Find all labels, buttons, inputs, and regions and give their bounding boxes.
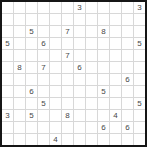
cell-r3c2[interactable] bbox=[26, 38, 37, 49]
cell-r2c6[interactable] bbox=[74, 26, 85, 37]
cell-r11c0[interactable] bbox=[2, 134, 13, 145]
cell-r5c7[interactable] bbox=[86, 62, 97, 73]
clue-number: 4 bbox=[113, 112, 117, 120]
cell-r3c4[interactable] bbox=[50, 38, 61, 49]
clue-number: 5 bbox=[29, 112, 33, 120]
puzzle-board: 335785657876665553584664 bbox=[0, 0, 147, 147]
cell-r7c0[interactable] bbox=[2, 86, 13, 97]
cell-r7c8: 5 bbox=[98, 86, 109, 97]
clue-number: 5 bbox=[137, 40, 141, 48]
cell-r10c10: 6 bbox=[122, 122, 133, 133]
cell-r8c0[interactable] bbox=[2, 98, 13, 109]
cell-r7c11[interactable] bbox=[134, 86, 145, 97]
cell-r0c10[interactable] bbox=[122, 2, 133, 13]
cell-r9c7[interactable] bbox=[86, 110, 97, 121]
clue-number: 7 bbox=[41, 64, 45, 72]
cell-r7c3[interactable] bbox=[38, 86, 49, 97]
cell-r0c6: 3 bbox=[74, 2, 85, 13]
cell-r7c6[interactable] bbox=[74, 86, 85, 97]
cell-r10c7[interactable] bbox=[86, 122, 97, 133]
cell-r11c3[interactable] bbox=[38, 134, 49, 145]
cell-r11c8[interactable] bbox=[98, 134, 109, 145]
clue-number: 7 bbox=[65, 28, 69, 36]
cell-r0c9[interactable] bbox=[110, 2, 121, 13]
cell-r8c1[interactable] bbox=[14, 98, 25, 109]
cell-r11c2[interactable] bbox=[26, 134, 37, 145]
clue-number: 3 bbox=[77, 4, 81, 12]
clue-number: 8 bbox=[17, 64, 21, 72]
cell-r6c3[interactable] bbox=[38, 74, 49, 85]
cell-r8c3: 5 bbox=[38, 98, 49, 109]
cell-r7c7[interactable] bbox=[86, 86, 97, 97]
cell-r2c3[interactable] bbox=[38, 26, 49, 37]
cell-r9c10[interactable] bbox=[122, 110, 133, 121]
cell-r1c0[interactable] bbox=[2, 14, 13, 25]
cell-r4c3[interactable] bbox=[38, 50, 49, 61]
cell-r9c3[interactable] bbox=[38, 110, 49, 121]
cell-r4c8[interactable] bbox=[98, 50, 109, 61]
cell-r1c4[interactable] bbox=[50, 14, 61, 25]
cell-r11c9[interactable] bbox=[110, 134, 121, 145]
cell-r4c6[interactable] bbox=[74, 50, 85, 61]
cell-r8c10[interactable] bbox=[122, 98, 133, 109]
clue-number: 6 bbox=[101, 124, 105, 132]
cell-r0c11: 3 bbox=[134, 2, 145, 13]
cell-r3c9[interactable] bbox=[110, 38, 121, 49]
cell-r7c5[interactable] bbox=[62, 86, 73, 97]
cell-r2c1[interactable] bbox=[14, 26, 25, 37]
cell-r0c5[interactable] bbox=[62, 2, 73, 13]
cell-r3c5[interactable] bbox=[62, 38, 73, 49]
clue-number: 6 bbox=[125, 124, 129, 132]
cell-r3c0: 5 bbox=[2, 38, 13, 49]
clue-number: 5 bbox=[29, 28, 33, 36]
cell-r3c1[interactable] bbox=[14, 38, 25, 49]
cell-r1c1[interactable] bbox=[14, 14, 25, 25]
cell-r2c7[interactable] bbox=[86, 26, 97, 37]
cell-r10c4[interactable] bbox=[50, 122, 61, 133]
cell-r3c11: 5 bbox=[134, 38, 145, 49]
clue-number: 3 bbox=[5, 112, 9, 120]
cell-r10c0[interactable] bbox=[2, 122, 13, 133]
clue-number: 4 bbox=[53, 136, 57, 144]
cell-r8c2[interactable] bbox=[26, 98, 37, 109]
cell-r6c4[interactable] bbox=[50, 74, 61, 85]
cell-r5c0[interactable] bbox=[2, 62, 13, 73]
cell-r4c10[interactable] bbox=[122, 50, 133, 61]
clue-number: 6 bbox=[125, 76, 129, 84]
cell-r5c5[interactable] bbox=[62, 62, 73, 73]
cell-r10c9[interactable] bbox=[110, 122, 121, 133]
cell-r9c9: 4 bbox=[110, 110, 121, 121]
clue-number: 5 bbox=[101, 88, 105, 96]
cell-r9c11[interactable] bbox=[134, 110, 145, 121]
cell-r9c4[interactable] bbox=[50, 110, 61, 121]
cell-r1c10[interactable] bbox=[122, 14, 133, 25]
cell-r9c0: 3 bbox=[2, 110, 13, 121]
cell-r10c5[interactable] bbox=[62, 122, 73, 133]
clue-number: 6 bbox=[41, 40, 45, 48]
cell-r0c7[interactable] bbox=[86, 2, 97, 13]
cell-r5c9[interactable] bbox=[110, 62, 121, 73]
cell-r6c1[interactable] bbox=[14, 74, 25, 85]
cell-r7c10[interactable] bbox=[122, 86, 133, 97]
cell-r1c7[interactable] bbox=[86, 14, 97, 25]
cell-r1c11[interactable] bbox=[134, 14, 145, 25]
cell-r2c2: 5 bbox=[26, 26, 37, 37]
cell-r8c5[interactable] bbox=[62, 98, 73, 109]
cell-r6c10: 6 bbox=[122, 74, 133, 85]
cell-r2c4[interactable] bbox=[50, 26, 61, 37]
cell-r1c9[interactable] bbox=[110, 14, 121, 25]
cell-r11c4: 4 bbox=[50, 134, 61, 145]
cell-r6c11[interactable] bbox=[134, 74, 145, 85]
cell-r5c10[interactable] bbox=[122, 62, 133, 73]
cell-r2c0[interactable] bbox=[2, 26, 13, 37]
clue-number: 5 bbox=[137, 100, 141, 108]
cell-r3c3: 6 bbox=[38, 38, 49, 49]
cell-r6c8[interactable] bbox=[98, 74, 109, 85]
cell-r11c6[interactable] bbox=[74, 134, 85, 145]
cell-r1c8[interactable] bbox=[98, 14, 109, 25]
clue-number: 6 bbox=[77, 64, 81, 72]
cell-r10c11[interactable] bbox=[134, 122, 145, 133]
cell-r1c2[interactable] bbox=[26, 14, 37, 25]
cell-r2c8: 8 bbox=[98, 26, 109, 37]
cell-r8c9[interactable] bbox=[110, 98, 121, 109]
cell-r10c1[interactable] bbox=[14, 122, 25, 133]
cell-r5c2[interactable] bbox=[26, 62, 37, 73]
cell-r9c6[interactable] bbox=[74, 110, 85, 121]
cell-r5c1: 8 bbox=[14, 62, 25, 73]
cell-r4c2[interactable] bbox=[26, 50, 37, 61]
cell-r4c0[interactable] bbox=[2, 50, 13, 61]
cell-r8c6[interactable] bbox=[74, 98, 85, 109]
clue-number: 8 bbox=[101, 28, 105, 36]
cell-r8c4[interactable] bbox=[50, 98, 61, 109]
cell-r11c5[interactable] bbox=[62, 134, 73, 145]
cell-r11c1[interactable] bbox=[14, 134, 25, 145]
cell-r11c7[interactable] bbox=[86, 134, 97, 145]
clue-number: 7 bbox=[65, 52, 69, 60]
cell-r4c7[interactable] bbox=[86, 50, 97, 61]
cell-r9c2: 5 bbox=[26, 110, 37, 121]
cell-r5c4[interactable] bbox=[50, 62, 61, 73]
cell-r4c5: 7 bbox=[62, 50, 73, 61]
cell-r10c2[interactable] bbox=[26, 122, 37, 133]
cell-r11c11[interactable] bbox=[134, 134, 145, 145]
cell-r3c8[interactable] bbox=[98, 38, 109, 49]
cell-r7c2: 6 bbox=[26, 86, 37, 97]
cell-r4c9[interactable] bbox=[110, 50, 121, 61]
cell-r0c8[interactable] bbox=[98, 2, 109, 13]
cell-r8c11: 5 bbox=[134, 98, 145, 109]
cell-r9c1[interactable] bbox=[14, 110, 25, 121]
cell-r1c6[interactable] bbox=[74, 14, 85, 25]
cell-r10c3[interactable] bbox=[38, 122, 49, 133]
cell-r2c5: 7 bbox=[62, 26, 73, 37]
cell-r2c10[interactable] bbox=[122, 26, 133, 37]
cell-r7c9[interactable] bbox=[110, 86, 121, 97]
cell-r8c7[interactable] bbox=[86, 98, 97, 109]
cell-r4c4[interactable] bbox=[50, 50, 61, 61]
cell-r2c9[interactable] bbox=[110, 26, 121, 37]
cell-r7c4[interactable] bbox=[50, 86, 61, 97]
cell-r8c8[interactable] bbox=[98, 98, 109, 109]
cell-r0c4[interactable] bbox=[50, 2, 61, 13]
cell-r1c3[interactable] bbox=[38, 14, 49, 25]
cell-r7c1[interactable] bbox=[14, 86, 25, 97]
cell-r3c6[interactable] bbox=[74, 38, 85, 49]
cell-r9c8[interactable] bbox=[98, 110, 109, 121]
cell-r1c5[interactable] bbox=[62, 14, 73, 25]
clue-number: 5 bbox=[5, 40, 9, 48]
cell-r10c6[interactable] bbox=[74, 122, 85, 133]
cell-r6c5[interactable] bbox=[62, 74, 73, 85]
cell-r4c1[interactable] bbox=[14, 50, 25, 61]
cell-r11c10[interactable] bbox=[122, 134, 133, 145]
clue-number: 6 bbox=[29, 88, 33, 96]
cell-r0c2[interactable] bbox=[26, 2, 37, 13]
cell-r6c2[interactable] bbox=[26, 74, 37, 85]
clue-number: 8 bbox=[65, 112, 69, 120]
cell-r0c0[interactable] bbox=[2, 2, 13, 13]
cell-r6c6[interactable] bbox=[74, 74, 85, 85]
cell-r6c7[interactable] bbox=[86, 74, 97, 85]
clue-number: 3 bbox=[137, 4, 141, 12]
cell-r5c6: 6 bbox=[74, 62, 85, 73]
clue-number: 5 bbox=[41, 100, 45, 108]
cell-r0c3[interactable] bbox=[38, 2, 49, 13]
cell-r10c8: 6 bbox=[98, 122, 109, 133]
cell-r0c1[interactable] bbox=[14, 2, 25, 13]
cell-r5c11[interactable] bbox=[134, 62, 145, 73]
cell-r3c10[interactable] bbox=[122, 38, 133, 49]
cell-r9c5: 8 bbox=[62, 110, 73, 121]
cell-r4c11[interactable] bbox=[134, 50, 145, 61]
cell-r6c0[interactable] bbox=[2, 74, 13, 85]
cell-r5c8[interactable] bbox=[98, 62, 109, 73]
cell-r2c11[interactable] bbox=[134, 26, 145, 37]
cell-r6c9[interactable] bbox=[110, 74, 121, 85]
cell-r3c7[interactable] bbox=[86, 38, 97, 49]
cell-r5c3: 7 bbox=[38, 62, 49, 73]
